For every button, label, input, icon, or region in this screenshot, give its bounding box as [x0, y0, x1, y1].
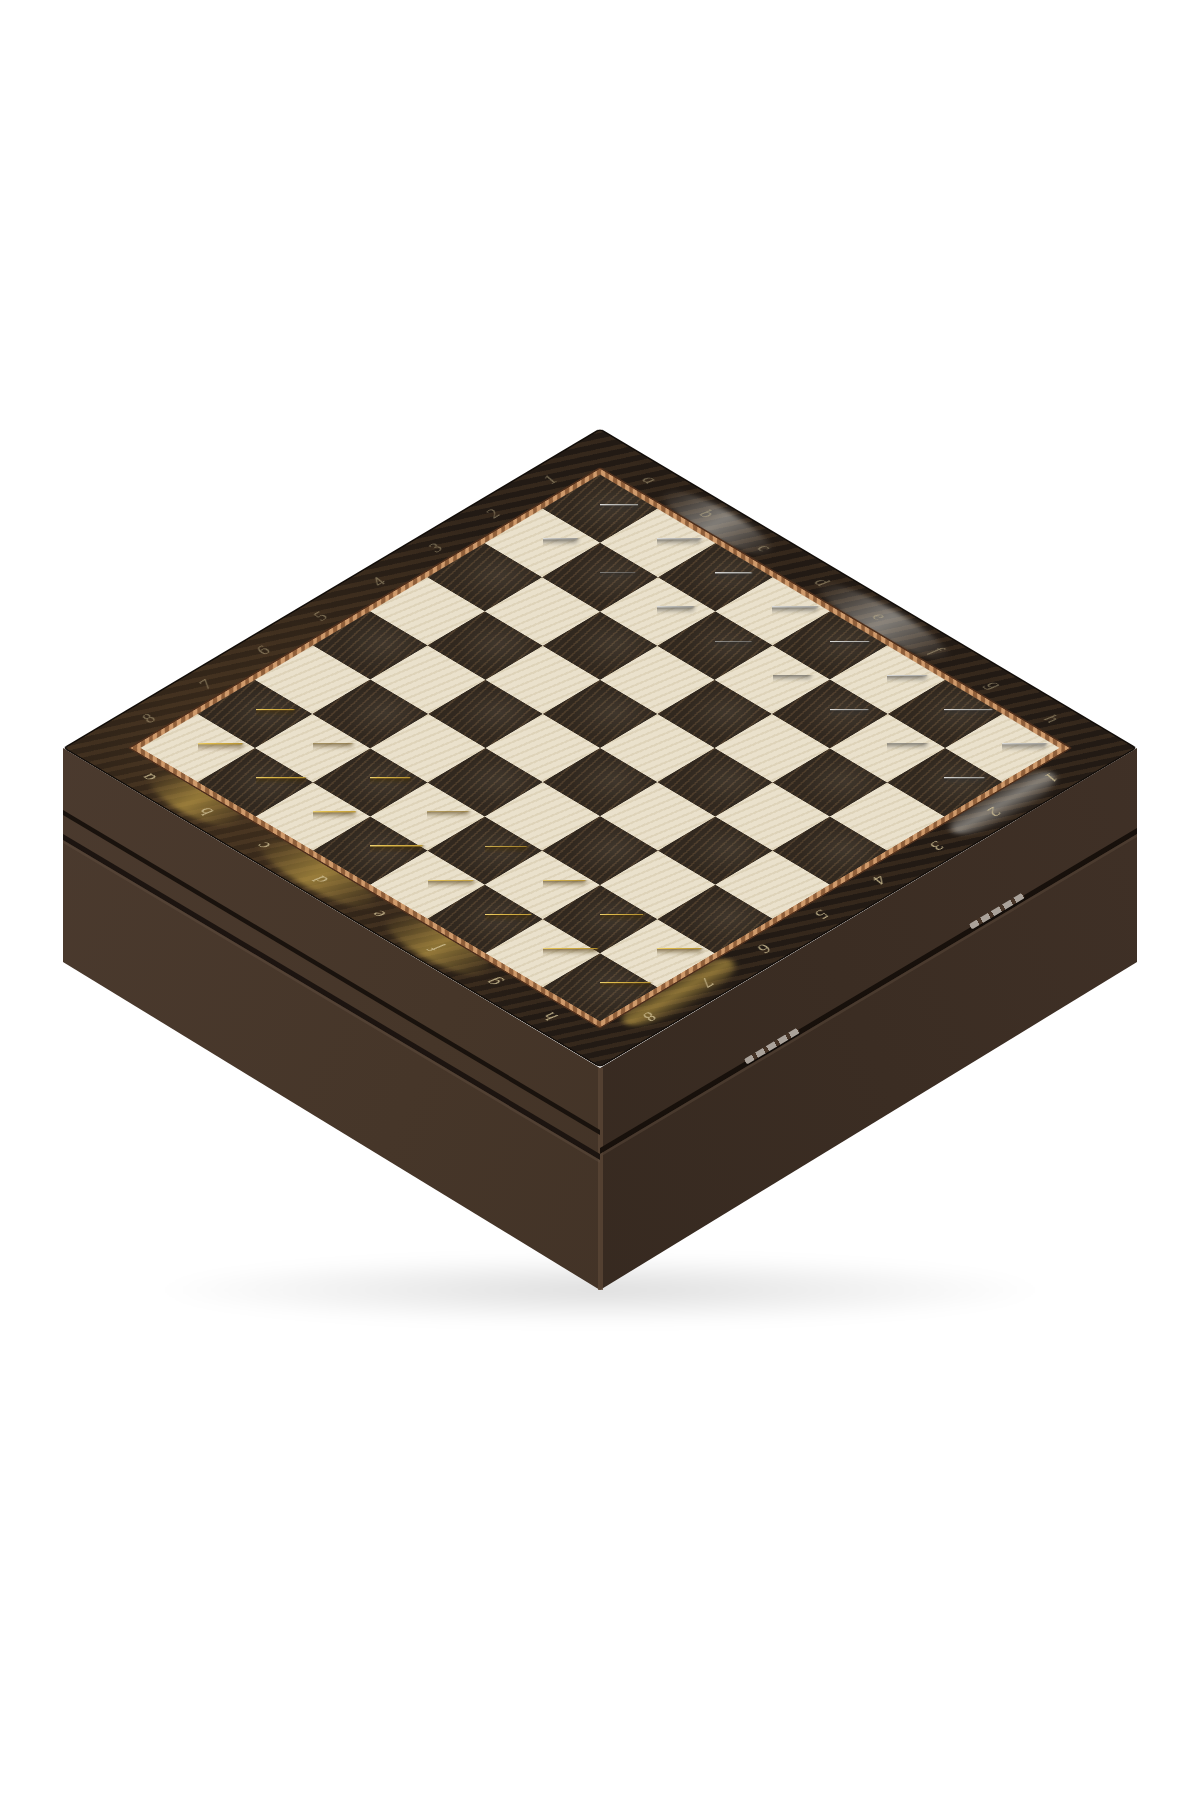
pawn-glyph: ♟ — [884, 663, 1006, 799]
rook-glyph: ♜ — [519, 831, 680, 1011]
product-photo-stage: 1122334455667788aabbccddeeffgghh♜♟♞♟♝♟♚♟… — [0, 0, 1200, 1800]
